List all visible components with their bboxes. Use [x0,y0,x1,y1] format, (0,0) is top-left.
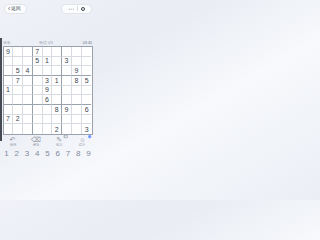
cell-r2c4[interactable]: 5 [33,57,43,67]
cell-r5c6[interactable] [52,86,62,96]
cell-r8c5[interactable] [43,115,53,125]
cell-r5c9[interactable] [82,86,92,96]
hint-label: 提示 [79,143,86,146]
cell-r4c4[interactable] [33,76,43,86]
cell-r4c6[interactable]: 1 [52,76,62,86]
cell-r1c6[interactable] [52,47,62,57]
back-button[interactable]: ‹ 返回 [4,4,27,14]
hint-count-badge: 1 [88,135,91,138]
cell-r7c7[interactable]: 9 [62,105,72,115]
cell-r5c1[interactable]: 1 [4,86,14,96]
cell-r2c5[interactable]: 1 [43,57,53,67]
numpad-4[interactable]: 4 [33,149,42,158]
cell-r2c3[interactable] [23,57,33,67]
top-bar: ‹ 返回 ⋯ [4,3,92,14]
cell-r7c8[interactable] [72,105,82,115]
undo-label: 撤销 [9,143,16,146]
cell-r9c7[interactable] [62,124,72,134]
cell-r3c3[interactable]: 4 [23,66,33,76]
cell-r3c5[interactable] [43,66,53,76]
cell-r6c1[interactable] [4,95,14,105]
cell-r5c5[interactable]: 9 [43,86,53,96]
cell-r3c4[interactable] [33,66,43,76]
cell-r9c9[interactable]: 3 [82,124,92,134]
cell-r1c2[interactable] [13,47,23,57]
numpad-5[interactable]: 5 [43,149,52,158]
cell-r9c6[interactable]: 2 [52,124,62,134]
numpad-1[interactable]: 1 [2,149,11,158]
cell-r3c7[interactable] [62,66,72,76]
cell-r8c6[interactable] [52,115,62,125]
timer: 03:45 [83,41,92,45]
more-icon[interactable]: ⋯ [68,6,74,12]
cell-r8c1[interactable]: 7 [4,115,14,125]
cell-r7c3[interactable] [23,105,33,115]
cell-r7c5[interactable] [43,105,53,115]
numpad-2[interactable]: 2 [12,149,21,158]
cell-r9c4[interactable] [33,124,43,134]
cell-r2c1[interactable] [4,57,14,67]
cell-r7c9[interactable]: 6 [82,105,92,115]
cell-r1c4[interactable]: 7 [33,47,43,57]
cell-r5c2[interactable] [13,86,23,96]
notes-toggle-badge: 关 [63,135,67,138]
screen-edge-strip [0,38,2,141]
cell-r8c3[interactable] [23,115,33,125]
cell-r5c8[interactable] [72,86,82,96]
numpad-9[interactable]: 9 [84,149,93,158]
cell-r7c6[interactable]: 8 [52,105,62,115]
cell-r7c1[interactable] [4,105,14,115]
cell-r6c9[interactable] [82,95,92,105]
cell-r8c9[interactable] [82,115,92,125]
cell-r6c3[interactable] [23,95,33,105]
cell-r1c5[interactable] [43,47,53,57]
cell-r9c2[interactable] [13,124,23,134]
toolbar: ↶ 撤销 ⌫ 擦除 关 ✎ 笔记 1 ☼ 提示 [2,136,93,149]
erase-label: 擦除 [33,143,40,146]
close-icon[interactable] [81,7,85,11]
cell-r7c4[interactable] [33,105,43,115]
cell-r4c8[interactable]: 8 [72,76,82,86]
cell-r3c9[interactable] [82,66,92,76]
cell-r8c2[interactable]: 2 [13,115,23,125]
cell-r5c4[interactable] [33,86,43,96]
cell-r1c3[interactable] [23,47,33,57]
cell-r4c1[interactable] [4,76,14,86]
cell-r4c7[interactable] [62,76,72,86]
cell-r2c8[interactable] [72,57,82,67]
cell-r8c4[interactable] [33,115,43,125]
cell-r6c8[interactable] [72,95,82,105]
back-chevron-icon: ‹ [8,5,10,13]
cell-r4c9[interactable]: 5 [82,76,92,86]
cell-r5c7[interactable] [62,86,72,96]
cell-r3c8[interactable]: 9 [72,66,82,76]
erase-button[interactable]: ⌫ 擦除 [25,136,46,149]
cell-r6c7[interactable] [62,95,72,105]
notes-button[interactable]: 关 ✎ 笔记 [49,136,70,149]
cell-r9c3[interactable] [23,124,33,134]
back-label: 返回 [11,5,21,12]
capsule-divider [77,6,78,11]
cell-r5c3[interactable] [23,86,33,96]
cell-r1c9[interactable] [82,47,92,57]
number-pad: 123456789 [2,149,93,158]
cell-r9c1[interactable] [4,124,14,134]
notes-label: 笔记 [56,143,63,146]
cell-r6c2[interactable] [13,95,23,105]
numpad-6[interactable]: 6 [53,149,62,158]
cell-r9c5[interactable] [43,124,53,134]
hint-button[interactable]: 1 ☼ 提示 [72,136,93,149]
numpad-8[interactable]: 8 [74,149,83,158]
cell-r8c7[interactable] [62,115,72,125]
cell-r2c7[interactable]: 3 [62,57,72,67]
cell-r2c2[interactable] [13,57,23,67]
cell-r1c1[interactable]: 9 [4,47,14,57]
cell-r9c8[interactable] [72,124,82,134]
cell-r4c5[interactable]: 3 [43,76,53,86]
cell-r3c2[interactable]: 5 [13,66,23,76]
cell-r6c6[interactable] [52,95,62,105]
undo-button[interactable]: ↶ 撤销 [2,136,23,149]
numpad-3[interactable]: 3 [23,149,32,158]
cell-r3c6[interactable] [52,66,62,76]
sudoku-board: 97513549731851968967223 [3,46,93,135]
cell-r6c4[interactable] [33,95,43,105]
cell-r4c3[interactable] [23,76,33,86]
cell-r1c7[interactable] [62,47,72,57]
app-capsule: ⋯ [61,4,92,14]
cell-r2c9[interactable] [82,57,92,67]
cell-r7c2[interactable] [13,105,23,115]
cell-r6c5[interactable]: 6 [43,95,53,105]
cell-r2c6[interactable] [52,57,62,67]
numpad-7[interactable]: 7 [64,149,73,158]
cell-r3c1[interactable] [4,66,14,76]
cell-r1c8[interactable] [72,47,82,57]
cell-r8c8[interactable] [72,115,82,125]
cell-r4c2[interactable]: 7 [13,76,23,86]
